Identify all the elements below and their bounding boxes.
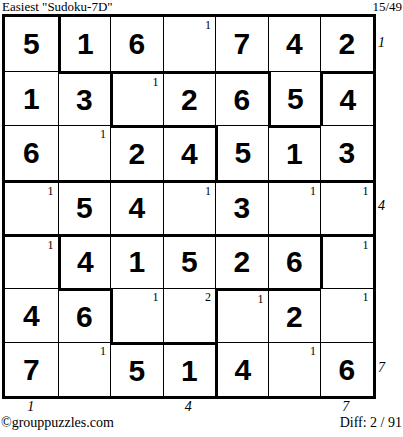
given-digit: 3 <box>338 136 355 170</box>
cell-r7c3[interactable]: 5 <box>110 342 163 396</box>
cell-r7c1[interactable]: 7 <box>5 342 58 396</box>
pencil-mark: 1 <box>310 344 316 359</box>
pencil-mark: 1 <box>100 127 106 142</box>
given-digit: 4 <box>339 83 356 117</box>
row-label-4: 4 <box>378 198 385 214</box>
cell-r2c1[interactable]: 1 <box>5 71 58 125</box>
given-digit: 2 <box>128 137 145 171</box>
pencil-mark: 1 <box>153 75 159 90</box>
cell-r1c5[interactable]: 7 <box>215 17 268 71</box>
cell-r6c3[interactable]: 1 <box>110 288 163 342</box>
given-digit: 3 <box>233 191 250 225</box>
given-digit: 4 <box>181 137 198 171</box>
given-digit: 1 <box>128 245 145 279</box>
cell-r5c1[interactable]: 1 <box>5 234 58 288</box>
pencil-mark: 1 <box>363 238 369 253</box>
cell-r2c6[interactable]: 5 <box>268 71 321 125</box>
pencil-mark: 2 <box>205 290 211 305</box>
given-digit: 2 <box>233 245 250 279</box>
sudoku-board: 5161742131265461245131541311141526146121… <box>2 14 376 399</box>
cell-r6c1[interactable]: 4 <box>5 288 58 342</box>
pencil-mark: 1 <box>205 18 211 33</box>
cell-r3c5[interactable]: 5 <box>215 125 268 179</box>
given-digit: 7 <box>23 353 40 387</box>
given-digit: 2 <box>286 300 303 334</box>
given-digit: 1 <box>77 27 94 61</box>
given-digit: 6 <box>338 353 355 387</box>
given-digit: 4 <box>286 27 303 61</box>
cell-r2c2[interactable]: 3 <box>58 71 111 125</box>
pencil-mark: 1 <box>48 238 54 253</box>
cell-r6c7[interactable]: 1 <box>320 288 373 342</box>
cell-r5c3[interactable]: 1 <box>110 234 163 288</box>
cell-r2c4[interactable]: 2 <box>163 71 216 125</box>
cell-r5c5[interactable]: 2 <box>215 234 268 288</box>
cell-r3c2[interactable]: 1 <box>58 125 111 179</box>
pencil-mark: 1 <box>153 290 159 305</box>
cell-r1c3[interactable]: 6 <box>110 17 163 71</box>
given-digit: 1 <box>23 82 40 116</box>
cell-r7c7[interactable]: 6 <box>320 342 373 396</box>
given-digit: 2 <box>338 27 355 61</box>
difficulty-text: Diff: 2 / 91 <box>340 415 402 431</box>
given-digit: 4 <box>128 191 145 225</box>
pencil-mark: 1 <box>205 184 211 199</box>
col-label-4: 4 <box>185 399 192 415</box>
given-digit: 5 <box>181 245 198 279</box>
given-digit: 6 <box>128 27 145 61</box>
cell-r6c6[interactable]: 2 <box>268 288 321 342</box>
pencil-mark: 1 <box>48 184 54 199</box>
cell-r3c6[interactable]: 1 <box>268 125 321 179</box>
cell-r4c1[interactable]: 1 <box>5 180 58 234</box>
cell-r6c4[interactable]: 2 <box>163 288 216 342</box>
row-label-7: 7 <box>378 360 385 376</box>
puzzle-page: Easiest "Sudoku-7D" 15/49 51617421312654… <box>0 0 403 437</box>
cell-r1c4[interactable]: 1 <box>163 17 216 71</box>
cell-r2c3[interactable]: 1 <box>110 71 163 125</box>
cell-r7c6[interactable]: 1 <box>268 342 321 396</box>
cell-r4c4[interactable]: 1 <box>163 180 216 234</box>
given-digit: 5 <box>287 82 304 116</box>
given-digit: 2 <box>181 83 198 117</box>
cell-r4c7[interactable]: 1 <box>320 180 373 234</box>
given-digit: 5 <box>128 354 145 388</box>
cell-r4c5[interactable]: 3 <box>215 180 268 234</box>
pencil-mark: 1 <box>363 290 369 305</box>
given-digit: 5 <box>234 136 251 170</box>
cell-r5c7[interactable]: 1 <box>320 234 373 288</box>
cell-r3c1[interactable]: 6 <box>5 125 58 179</box>
cell-r3c7[interactable]: 3 <box>320 125 373 179</box>
given-digit: 4 <box>234 353 251 387</box>
cell-r7c4[interactable]: 1 <box>163 342 216 396</box>
cell-r6c2[interactable]: 6 <box>58 288 111 342</box>
cell-r2c7[interactable]: 4 <box>320 71 373 125</box>
given-digit: 3 <box>76 83 93 117</box>
copyright-text: ©grouppuzzles.com <box>1 415 114 431</box>
given-digit: 6 <box>286 245 303 279</box>
cell-r4c3[interactable]: 4 <box>110 180 163 234</box>
cell-r1c2[interactable]: 1 <box>58 17 111 71</box>
given-digit: 4 <box>77 245 94 279</box>
cell-r1c6[interactable]: 4 <box>268 17 321 71</box>
col-label-7: 7 <box>342 399 349 415</box>
given-digit: 7 <box>233 27 250 61</box>
cell-r1c1[interactable]: 5 <box>5 17 58 71</box>
given-digit: 1 <box>286 137 303 171</box>
pencil-mark: 1 <box>310 184 316 199</box>
cell-r6c5[interactable]: 1 <box>215 288 268 342</box>
pencil-mark: 1 <box>258 292 264 307</box>
puzzle-counter: 15/49 <box>372 0 402 14</box>
cell-r1c7[interactable]: 2 <box>320 17 373 71</box>
cell-r5c6[interactable]: 6 <box>268 234 321 288</box>
cell-r3c3[interactable]: 2 <box>110 125 163 179</box>
pencil-mark: 1 <box>363 184 369 199</box>
cell-r3c4[interactable]: 4 <box>163 125 216 179</box>
cell-r4c2[interactable]: 5 <box>58 180 111 234</box>
page-title: Easiest "Sudoku-7D" <box>2 0 113 14</box>
given-digit: 1 <box>181 354 198 388</box>
given-digit: 4 <box>23 299 40 333</box>
pencil-mark: 1 <box>100 344 106 359</box>
given-digit: 5 <box>23 27 40 61</box>
cell-r2c5[interactable]: 6 <box>215 71 268 125</box>
given-digit: 6 <box>23 136 40 170</box>
row-label-1: 1 <box>378 35 385 51</box>
cell-r4c6[interactable]: 1 <box>268 180 321 234</box>
cell-r5c4[interactable]: 5 <box>163 234 216 288</box>
given-digit: 5 <box>76 191 93 225</box>
cell-r7c5[interactable]: 4 <box>215 342 268 396</box>
col-label-1: 1 <box>27 399 34 415</box>
cell-r5c2[interactable]: 4 <box>58 234 111 288</box>
given-digit: 6 <box>233 83 250 117</box>
cell-r7c2[interactable]: 1 <box>58 342 111 396</box>
given-digit: 6 <box>76 300 93 334</box>
